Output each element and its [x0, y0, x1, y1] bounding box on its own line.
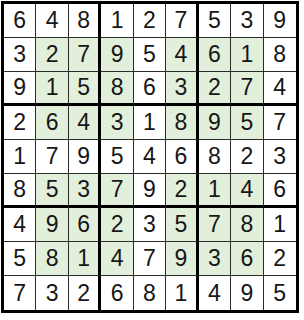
cell-r3c6[interactable]: 3	[166, 72, 198, 106]
cell-r7c4[interactable]: 2	[101, 208, 133, 242]
cell-r4c2[interactable]: 6	[36, 106, 68, 140]
cell-r8c2[interactable]: 8	[36, 242, 68, 276]
cell-r7c6[interactable]: 5	[166, 208, 198, 242]
sudoku-board: 6481275393279546189158632742643189571795…	[1, 1, 299, 313]
cell-r4c9[interactable]: 7	[264, 106, 296, 140]
cell-r1c3[interactable]: 8	[69, 4, 101, 38]
cell-r3c2[interactable]: 1	[36, 72, 68, 106]
cell-r6c1[interactable]: 8	[4, 174, 36, 208]
cell-r9c5[interactable]: 8	[134, 276, 166, 310]
cell-r5c9[interactable]: 3	[264, 140, 296, 174]
cell-r7c5[interactable]: 3	[134, 208, 166, 242]
cell-r2c4[interactable]: 9	[101, 38, 133, 72]
cell-r7c7[interactable]: 7	[199, 208, 231, 242]
cell-r7c8[interactable]: 8	[231, 208, 263, 242]
cell-r8c3[interactable]: 1	[69, 242, 101, 276]
cell-r4c5[interactable]: 1	[134, 106, 166, 140]
cell-r5c5[interactable]: 4	[134, 140, 166, 174]
cell-r6c2[interactable]: 5	[36, 174, 68, 208]
cell-r6c3[interactable]: 3	[69, 174, 101, 208]
cell-r6c4[interactable]: 7	[101, 174, 133, 208]
cell-r6c7[interactable]: 1	[199, 174, 231, 208]
cell-r7c2[interactable]: 9	[36, 208, 68, 242]
cell-r2c1[interactable]: 3	[4, 38, 36, 72]
cell-r6c9[interactable]: 6	[264, 174, 296, 208]
cell-r8c1[interactable]: 5	[4, 242, 36, 276]
cell-r7c1[interactable]: 4	[4, 208, 36, 242]
cell-r5c4[interactable]: 5	[101, 140, 133, 174]
cell-r5c6[interactable]: 6	[166, 140, 198, 174]
cell-r4c7[interactable]: 9	[199, 106, 231, 140]
cell-r9c3[interactable]: 2	[69, 276, 101, 310]
cell-r8c5[interactable]: 7	[134, 242, 166, 276]
cell-r1c6[interactable]: 7	[166, 4, 198, 38]
cell-r7c3[interactable]: 6	[69, 208, 101, 242]
cell-r3c5[interactable]: 6	[134, 72, 166, 106]
cell-r4c8[interactable]: 5	[231, 106, 263, 140]
cell-r4c1[interactable]: 2	[4, 106, 36, 140]
cell-r8c6[interactable]: 9	[166, 242, 198, 276]
cell-r6c5[interactable]: 9	[134, 174, 166, 208]
cell-r3c8[interactable]: 7	[231, 72, 263, 106]
cell-r5c8[interactable]: 2	[231, 140, 263, 174]
cell-r1c5[interactable]: 2	[134, 4, 166, 38]
cell-r9c1[interactable]: 7	[4, 276, 36, 310]
cell-r8c7[interactable]: 3	[199, 242, 231, 276]
cell-r1c7[interactable]: 5	[199, 4, 231, 38]
cell-r8c4[interactable]: 4	[101, 242, 133, 276]
cell-r9c9[interactable]: 5	[264, 276, 296, 310]
cell-r2c9[interactable]: 8	[264, 38, 296, 72]
cell-r1c4[interactable]: 1	[101, 4, 133, 38]
cell-r3c4[interactable]: 8	[101, 72, 133, 106]
cell-r5c7[interactable]: 8	[199, 140, 231, 174]
cell-r5c3[interactable]: 9	[69, 140, 101, 174]
cell-r8c8[interactable]: 6	[231, 242, 263, 276]
cell-r2c8[interactable]: 1	[231, 38, 263, 72]
cell-r3c9[interactable]: 4	[264, 72, 296, 106]
cell-r1c8[interactable]: 3	[231, 4, 263, 38]
cell-r2c3[interactable]: 7	[69, 38, 101, 72]
cell-r4c3[interactable]: 4	[69, 106, 101, 140]
cell-r9c2[interactable]: 3	[36, 276, 68, 310]
cell-r2c7[interactable]: 6	[199, 38, 231, 72]
cell-r2c6[interactable]: 4	[166, 38, 198, 72]
cell-r9c6[interactable]: 1	[166, 276, 198, 310]
cell-r1c9[interactable]: 9	[264, 4, 296, 38]
cell-r5c2[interactable]: 7	[36, 140, 68, 174]
cell-r8c9[interactable]: 2	[264, 242, 296, 276]
cell-r9c7[interactable]: 4	[199, 276, 231, 310]
cell-r4c4[interactable]: 3	[101, 106, 133, 140]
cell-r2c2[interactable]: 2	[36, 38, 68, 72]
cell-r6c6[interactable]: 2	[166, 174, 198, 208]
cell-r1c2[interactable]: 4	[36, 4, 68, 38]
cell-r6c8[interactable]: 4	[231, 174, 263, 208]
cell-r5c1[interactable]: 1	[4, 140, 36, 174]
cell-r2c5[interactable]: 5	[134, 38, 166, 72]
cell-r7c9[interactable]: 1	[264, 208, 296, 242]
cell-r9c4[interactable]: 6	[101, 276, 133, 310]
cell-r3c3[interactable]: 5	[69, 72, 101, 106]
cell-r3c7[interactable]: 2	[199, 72, 231, 106]
cell-r1c1[interactable]: 6	[4, 4, 36, 38]
cell-r9c8[interactable]: 9	[231, 276, 263, 310]
cell-r4c6[interactable]: 8	[166, 106, 198, 140]
cell-r3c1[interactable]: 9	[4, 72, 36, 106]
